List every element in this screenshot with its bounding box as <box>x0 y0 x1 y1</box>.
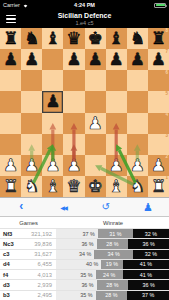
square-b2[interactable]: ♟ <box>21 155 42 176</box>
square-h8[interactable]: 8♜ <box>148 28 169 49</box>
square-c6[interactable] <box>42 70 63 91</box>
black-knight-b8: ♞ <box>21 28 42 49</box>
move-label: b3 <box>0 291 20 300</box>
white-pawn-g2: ♟ <box>127 155 148 176</box>
moves-table-header: Games Winrate <box>0 217 169 228</box>
black-pawn-h7: ♟ <box>148 49 169 70</box>
black-pawn-g7: ♟ <box>127 49 148 70</box>
move-label: d3 <box>0 280 20 289</box>
white-pawn-b2: ♟ <box>21 155 42 176</box>
black-win-segment: 32 % <box>133 229 169 238</box>
square-a6[interactable] <box>0 70 21 91</box>
square-f2[interactable]: ♟ <box>106 155 127 176</box>
white-pawn-a2: ♟ <box>0 155 21 176</box>
moves-table: Games Winrate Nf3321,19237 %31 %32 %Nc33… <box>0 217 169 300</box>
square-g6[interactable] <box>127 70 148 91</box>
draw-segment: 28 % <box>97 280 129 289</box>
draw-segment: 28 % <box>97 239 129 248</box>
square-g2[interactable]: ♟ <box>127 155 148 176</box>
black-pawn-a7: ♟ <box>0 49 21 70</box>
rank-label-1: 1 <box>165 176 168 181</box>
black-king-e8: ♚ <box>85 28 106 49</box>
black-knight-g8: ♞ <box>127 28 148 49</box>
square-e8[interactable]: ♚ <box>85 28 106 49</box>
black-win-segment: 41 % <box>123 270 169 279</box>
move-row-d4[interactable]: d46,45540 %19 %41 % <box>0 259 169 269</box>
winrate-bar: 36 %28 %36 % <box>56 280 169 289</box>
opening-title: Sicilian Defence <box>0 10 169 20</box>
square-g4[interactable] <box>127 113 148 134</box>
square-d1[interactable]: ♛ <box>63 176 84 197</box>
square-f7[interactable]: ♟ <box>106 49 127 70</box>
move-row-Nc3[interactable]: Nc339,83636 %28 %36 % <box>0 238 169 248</box>
black-queen-d8: ♛ <box>63 28 84 49</box>
square-h6[interactable]: 6 <box>148 70 169 91</box>
winrate-bar: 37 %31 %32 % <box>56 229 169 238</box>
rank-label-8: 8 <box>165 29 168 34</box>
move-row-f4[interactable]: f44,01335 %24 %41 % <box>0 269 169 279</box>
moves-played-label: 1.e4 c5 <box>0 20 169 26</box>
square-f4[interactable] <box>106 113 127 134</box>
winrate-bar: 35 %24 %41 % <box>56 270 169 279</box>
white-pawn-d2: ♟ <box>63 155 84 176</box>
winrate-bar: 36 %28 %36 % <box>56 239 169 248</box>
games-column-header: Games <box>0 220 57 226</box>
move-row-b3[interactable]: b32,49535 %28 %37 % <box>0 290 169 300</box>
black-win-segment: 32 % <box>133 250 169 259</box>
square-a1[interactable]: ♜ <box>0 176 21 197</box>
square-d3[interactable] <box>63 134 84 155</box>
square-a3[interactable] <box>0 134 21 155</box>
white-win-segment: 35 % <box>56 291 96 300</box>
square-c4[interactable] <box>42 113 63 134</box>
square-f8[interactable]: ♝ <box>106 28 127 49</box>
rank-label-4: 4 <box>165 113 168 118</box>
white-win-segment: 37 % <box>56 229 98 238</box>
white-queen-d1: ♛ <box>63 176 84 197</box>
white-win-segment: 36 % <box>56 239 97 248</box>
white-rook-a1: ♜ <box>0 176 21 197</box>
square-g1[interactable]: ♞ <box>127 176 148 197</box>
square-d7[interactable]: ♟ <box>63 49 84 70</box>
square-b7[interactable]: ♟ <box>21 49 42 70</box>
white-pawn-e4: ♟ <box>85 113 106 134</box>
move-label: Nc3 <box>0 239 20 248</box>
square-e6[interactable] <box>85 70 106 91</box>
square-b8[interactable]: ♞ <box>21 28 42 49</box>
square-b6[interactable] <box>21 70 42 91</box>
square-c2[interactable]: ♟ <box>42 155 63 176</box>
move-label: Nf3 <box>0 229 20 238</box>
square-h2[interactable]: 2♟ <box>148 155 169 176</box>
games-count: 2,939 <box>20 280 56 289</box>
nav-bar: Sicilian Defence 1.e4 c5 <box>0 10 169 28</box>
square-d2[interactable]: ♟ <box>63 155 84 176</box>
move-label: f4 <box>0 270 20 279</box>
square-e2[interactable] <box>85 155 106 176</box>
back-icon[interactable]: ‹ <box>11 197 31 215</box>
draw-segment: 24 % <box>96 270 123 279</box>
square-e5[interactable] <box>85 91 106 112</box>
square-h1[interactable]: 1♜ <box>148 176 169 197</box>
square-e3[interactable] <box>85 134 106 155</box>
rank-label-5: 5 <box>165 92 168 97</box>
reset-board-icon[interactable]: ↺ <box>96 198 116 216</box>
square-g5[interactable] <box>127 91 148 112</box>
white-pawn-f2: ♟ <box>106 155 127 176</box>
rank-label-6: 6 <box>165 71 168 76</box>
black-win-segment: 36 % <box>128 280 169 289</box>
black-rook-h8: ♜ <box>148 28 169 49</box>
winrate-column-header: Winrate <box>57 220 169 226</box>
square-d4[interactable] <box>63 113 84 134</box>
square-d6[interactable] <box>63 70 84 91</box>
white-win-segment: 35 % <box>56 270 96 279</box>
games-count: 6,455 <box>20 260 56 269</box>
white-rook-h1: ♜ <box>148 176 169 197</box>
square-a2[interactable]: ♟ <box>0 155 21 176</box>
black-bishop-c8: ♝ <box>42 28 63 49</box>
square-h7[interactable]: 7♟ <box>148 49 169 70</box>
black-rook-a8: ♜ <box>0 28 21 49</box>
draw-segment: 28 % <box>96 291 128 300</box>
black-bishop-f8: ♝ <box>106 28 127 49</box>
black-win-segment: 36 % <box>128 239 169 248</box>
rank-label-2: 2 <box>165 155 168 160</box>
square-c1[interactable]: ♝ <box>42 176 63 197</box>
winrate-bar: 35 %28 %37 % <box>56 291 169 300</box>
square-b4[interactable] <box>21 113 42 134</box>
square-b3[interactable] <box>21 134 42 155</box>
app-window: Carrier 4:24 PM Sicilian Defence 1.e4 c5… <box>0 0 169 300</box>
winrate-bar: 40 %19 %41 % <box>56 260 169 269</box>
games-count: 39,836 <box>20 239 56 248</box>
square-f5[interactable] <box>106 91 127 112</box>
square-c8[interactable]: ♝ <box>42 28 63 49</box>
rewind-icon[interactable]: ◀◀ <box>53 198 73 216</box>
square-f6[interactable] <box>106 70 127 91</box>
square-c7[interactable] <box>42 49 63 70</box>
square-e4[interactable]: ♟ <box>85 113 106 134</box>
white-knight-b1: ♞ <box>21 176 42 197</box>
black-win-segment: 41 % <box>123 260 169 269</box>
square-c3[interactable] <box>42 134 63 155</box>
square-a5[interactable] <box>0 91 21 112</box>
square-f3[interactable] <box>106 134 127 155</box>
square-e7[interactable]: ♟ <box>85 49 106 70</box>
board-toolbar: ‹ ◀◀ ↺ ♟ <box>0 197 169 217</box>
move-label: c3 <box>0 250 20 259</box>
battery-icon <box>154 3 166 8</box>
clock-label: 4:24 PM <box>0 2 169 8</box>
rank-label-3: 3 <box>165 134 168 139</box>
black-pawn-e7: ♟ <box>85 49 106 70</box>
square-f1[interactable]: ♝ <box>106 176 127 197</box>
white-pawn-h2: ♟ <box>148 155 169 176</box>
square-g3[interactable] <box>127 134 148 155</box>
rank-label-7: 7 <box>165 50 168 55</box>
games-count: 4,013 <box>20 270 56 279</box>
square-h3[interactable]: 3 <box>148 134 169 155</box>
square-g7[interactable]: ♟ <box>127 49 148 70</box>
square-b5[interactable] <box>21 91 42 112</box>
black-pawn-c5: ♟ <box>42 91 63 112</box>
white-bishop-f1: ♝ <box>106 176 127 197</box>
menu-icon[interactable] <box>6 15 16 23</box>
black-pawn-b7: ♟ <box>21 49 42 70</box>
square-d8[interactable]: ♛ <box>63 28 84 49</box>
black-pawn-f7: ♟ <box>106 49 127 70</box>
games-count: 2,495 <box>20 291 56 300</box>
winrate-bar: 34 %34 %32 % <box>56 250 169 259</box>
games-count: 31,627 <box>20 250 56 259</box>
white-knight-g1: ♞ <box>127 176 148 197</box>
square-g8[interactable]: ♞ <box>127 28 148 49</box>
square-h4[interactable]: 4 <box>148 113 169 134</box>
black-win-segment: 37 % <box>127 291 169 300</box>
move-label: d4 <box>0 260 20 269</box>
square-a8[interactable]: ♜ <box>0 28 21 49</box>
square-a4[interactable] <box>0 113 21 134</box>
white-bishop-c1: ♝ <box>42 176 63 197</box>
white-king-e1: ♚ <box>85 176 106 197</box>
square-a7[interactable]: ♟ <box>0 49 21 70</box>
black-pawn-d7: ♟ <box>63 49 84 70</box>
square-h5[interactable]: 5 <box>148 91 169 112</box>
square-e1[interactable]: ♚ <box>85 176 106 197</box>
move-row-Nf3[interactable]: Nf3321,19237 %31 %32 % <box>0 228 169 238</box>
chess-board[interactable]: ♜♞♝♛♚♝♞8♜♟♟♟♟♟♟7♟6♟5♟43♟♟♟♟♟♟2♟♜♞♝♛♚♝♞1♜ <box>0 28 169 197</box>
status-bar: Carrier 4:24 PM <box>0 0 169 10</box>
pawn-pieces-icon[interactable]: ♟ <box>138 198 158 216</box>
move-row-d3[interactable]: d32,93936 %28 %36 % <box>0 279 169 289</box>
move-row-c3[interactable]: c331,62734 %34 %32 % <box>0 249 169 259</box>
square-c5[interactable]: ♟ <box>42 91 63 112</box>
draw-segment: 34 % <box>94 250 132 259</box>
draw-segment: 19 % <box>101 260 122 269</box>
square-d5[interactable] <box>63 91 84 112</box>
white-win-segment: 36 % <box>56 280 97 289</box>
square-b1[interactable]: ♞ <box>21 176 42 197</box>
games-count: 321,192 <box>20 229 56 238</box>
white-win-segment: 40 % <box>56 260 101 269</box>
white-win-segment: 34 % <box>56 250 94 259</box>
draw-segment: 31 % <box>98 229 133 238</box>
white-pawn-c2: ♟ <box>42 155 63 176</box>
